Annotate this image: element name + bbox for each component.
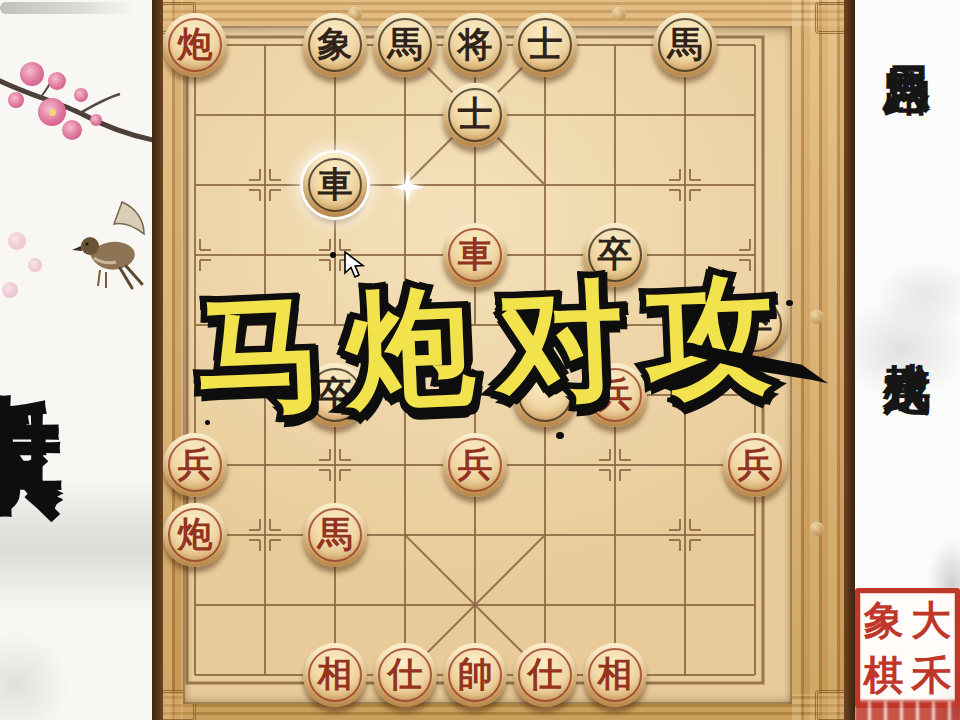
piece-red-soldier[interactable]: 兵 [443,433,507,497]
piece-black-general[interactable]: 将 [443,13,507,77]
brand-seal: 大 象 禾 棋 [855,588,960,708]
blossom-icon [74,88,88,102]
piece-red-general[interactable]: 帥 [443,643,507,707]
piece-char: 将 [458,27,493,62]
piece-char: 象 [318,27,353,62]
lake-art [0,478,152,612]
seal-char: 大 [908,593,956,648]
piece-red-soldier[interactable]: 兵 [723,433,787,497]
board-edge-left [152,0,163,720]
piece-red-elephant[interactable]: 相 [303,643,367,707]
ink-splatter [205,420,210,425]
blossom-icon [90,114,102,126]
piece-char: 帥 [458,657,493,692]
ink-splatter [556,432,564,439]
piece-black-horse[interactable]: 馬 [653,13,717,77]
blossom-core [49,109,56,116]
left-art-panel: 大禾象棋 [0,0,152,720]
piece-char: 車 [318,167,353,202]
piece-char: 兵 [458,447,493,482]
seal-char: 禾 [908,648,956,703]
piece-char: 炮 [178,517,213,552]
piece-char: 馬 [388,27,423,62]
right-title-line1: 入局思路 [876,26,938,34]
piece-char: 士 [458,97,493,132]
twig-art [0,2,135,14]
foliage-art [0,630,70,720]
piece-red-advisor[interactable]: 仕 [513,643,577,707]
piece-char: 相 [598,657,633,692]
piece-black-advisor[interactable]: 士 [513,13,577,77]
piece-red-horse[interactable]: 馬 [303,503,367,567]
piece-char: 馬 [668,27,703,62]
ink-mountain-art [855,290,960,420]
game-screen: 大禾象棋 炮象馬将士馬士車車卒卒卒兵兵兵兵炮馬相仕帥仕相 马炮对攻 [0,0,960,720]
piece-black-advisor[interactable]: 士 [443,83,507,147]
piece-black-horse[interactable]: 馬 [373,13,437,77]
seal-char: 象 [860,593,908,648]
piece-red-cannon[interactable]: 炮 [163,13,227,77]
blossom-icon [62,120,82,140]
bird-icon [70,196,152,296]
blossom-icon [8,92,24,108]
ink-splatter [330,252,336,258]
sparkle-icon [390,169,426,205]
piece-black-elephant[interactable]: 象 [303,13,367,77]
right-title-line2: 残棋定式 [876,324,938,332]
right-text-panel: 入局思路 残棋定式 大 象 禾 棋 [855,0,960,720]
piece-char: 相 [318,657,353,692]
blossom-icon [2,282,18,298]
seal-char: 棋 [860,648,908,703]
piece-char: 士 [528,27,563,62]
piece-char: 兵 [738,447,773,482]
piece-red-advisor[interactable]: 仕 [373,643,437,707]
piece-char: 仕 [388,657,423,692]
ink-splatter [786,300,793,306]
piece-red-cannon[interactable]: 炮 [163,503,227,567]
piece-black-chariot[interactable]: 車 [303,153,367,217]
blossom-icon [28,258,42,272]
blossom-icon [48,72,66,90]
piece-char: 炮 [178,27,213,62]
board-edge-right [844,0,855,720]
left-vertical-title: 大禾象棋 [0,298,70,314]
blossom-icon [20,62,44,86]
piece-char: 馬 [318,517,353,552]
piece-char: 兵 [178,447,213,482]
watermark-strip [855,700,960,720]
piece-red-elephant[interactable]: 相 [583,643,647,707]
blossom-icon [8,232,26,250]
piece-char: 仕 [528,657,563,692]
mouse-cursor-icon [343,251,367,281]
